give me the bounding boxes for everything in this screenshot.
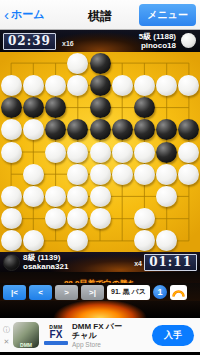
menu-button[interactable]: メニュー [139, 4, 196, 26]
playback-controls: |< < > >| 91. 黒 パス 1 [0, 283, 200, 301]
black-captures: x4 [134, 260, 142, 267]
white-go-stone [90, 164, 111, 185]
white-go-stone [23, 75, 44, 96]
fire-background [0, 301, 200, 318]
white-go-stone [90, 208, 111, 229]
white-go-stone [90, 142, 111, 163]
white-name: pinoco18 [141, 41, 176, 50]
next-move-button[interactable]: > [55, 285, 78, 300]
ad-install-button[interactable]: 入手 [152, 325, 194, 346]
white-go-stone [67, 164, 88, 185]
ad-info-icon[interactable]: ⓘ [3, 325, 10, 335]
black-go-stone [1, 97, 22, 118]
ad-title-line1: DMM FX バー [72, 322, 152, 331]
white-go-stone [112, 164, 133, 185]
black-go-stone [134, 97, 155, 118]
white-go-stone [45, 142, 66, 163]
white-go-stone [1, 75, 22, 96]
current-move-label[interactable]: 91. 黒 パス [107, 285, 150, 300]
white-go-stone [67, 75, 88, 96]
white-stone-icon [181, 33, 196, 48]
first-move-button[interactable]: |< [3, 285, 26, 300]
ad-banner[interactable]: ⓘ ✕ DMM DMM FX DMM FX バー チャル App Store 入… [0, 318, 200, 352]
black-stone-icon [3, 254, 20, 271]
black-go-stone [23, 97, 44, 118]
white-go-stone [23, 186, 44, 207]
result-status: 88.0目差で白の勝ち [0, 272, 200, 283]
black-rank: 8級 (1139) [23, 253, 60, 262]
go-board[interactable] [0, 52, 200, 252]
ad-store-label: App Store [72, 341, 152, 348]
rainbow-arc-icon [172, 288, 185, 297]
logo-ribbon [44, 341, 68, 345]
black-name: osakana321 [23, 262, 68, 271]
white-go-stone [1, 208, 22, 229]
white-go-stone [156, 186, 177, 207]
white-go-stone [1, 119, 22, 140]
app-screen: ‹ ホーム 棋譜 メニュー 02:39 x16 5級 (1188) pinoco… [0, 0, 200, 355]
white-go-stone [23, 119, 44, 140]
white-player-bar: 02:39 x16 5級 (1188) pinoco18 [0, 30, 200, 52]
ad-text-block: DMM FX バー チャル App Store [72, 322, 152, 349]
dmm-fx-logo: DMM FX [44, 325, 68, 345]
black-go-stone [90, 75, 111, 96]
black-go-stone [112, 119, 133, 140]
last-move-button[interactable]: >| [81, 285, 104, 300]
black-go-stone [90, 97, 111, 118]
white-go-stone [134, 75, 155, 96]
white-go-stone [90, 186, 111, 207]
prev-move-button[interactable]: < [29, 285, 52, 300]
black-go-stone [156, 142, 177, 163]
black-go-stone [90, 53, 111, 74]
white-go-stone [178, 164, 199, 185]
ad-close-icon[interactable]: ✕ [4, 338, 10, 346]
nav-bar: ‹ ホーム 棋譜 メニュー [0, 0, 200, 30]
black-go-stone [45, 97, 66, 118]
black-go-stone [90, 119, 111, 140]
white-go-stone [45, 186, 66, 207]
ad-app-icon: DMM [13, 322, 39, 348]
white-go-stone [134, 164, 155, 185]
white-clock: 02:39 [3, 33, 56, 50]
ad-title-line2: チャル [72, 331, 152, 340]
white-go-stone [45, 75, 66, 96]
white-go-stone [1, 142, 22, 163]
white-go-stone [23, 164, 44, 185]
white-go-stone [67, 53, 88, 74]
white-go-stone [67, 142, 88, 163]
counter-badge: 1 [153, 285, 167, 299]
white-go-stone [1, 230, 22, 251]
white-go-stone [156, 75, 177, 96]
black-clock: 01:11 [144, 254, 197, 271]
white-captures: x16 [62, 40, 74, 47]
white-go-stone [178, 142, 199, 163]
white-go-stone [134, 208, 155, 229]
black-player-bar: 8級 (1139) osakana321 x4 01:11 [0, 252, 200, 272]
white-go-stone [112, 142, 133, 163]
white-go-stone [112, 75, 133, 96]
white-go-stone [134, 142, 155, 163]
white-rank: 5級 (1188) [139, 32, 176, 41]
rainbow-button[interactable] [170, 285, 187, 300]
white-go-stone [1, 186, 22, 207]
white-go-stone [156, 164, 177, 185]
